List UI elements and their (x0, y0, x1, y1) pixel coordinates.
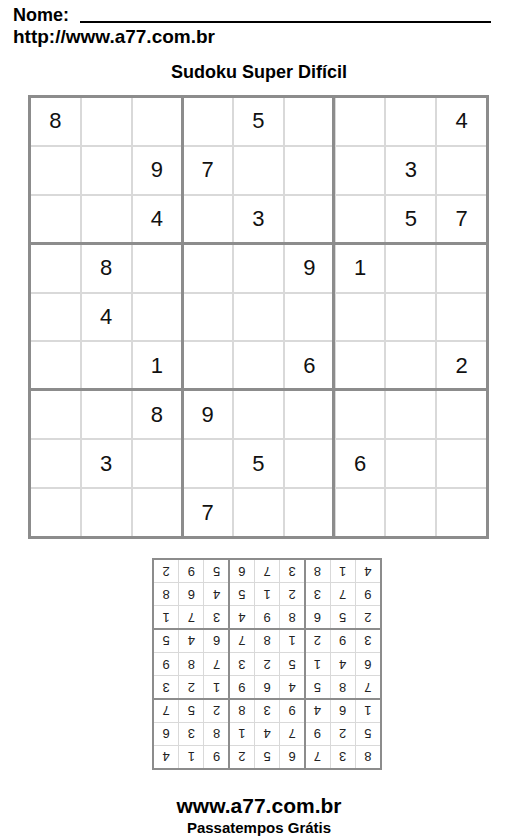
sudoku-cell: 7 (183, 489, 232, 536)
sudoku-cell: 2 (437, 342, 486, 389)
solution-cell: 8 (356, 746, 380, 768)
box-border-horizontal-2 (31, 388, 486, 391)
solution-cell: 1 (255, 583, 279, 605)
sudoku-cell: 3 (82, 440, 131, 487)
solution-cell: 4 (255, 723, 279, 745)
sudoku-cell: 5 (234, 440, 283, 487)
sudoku-cell: 5 (386, 196, 435, 243)
box-border-vertical-1 (181, 98, 184, 536)
solution-cell: 6 (255, 676, 279, 698)
solution-cell: 2 (331, 723, 355, 745)
sudoku-cell (31, 147, 80, 194)
footer-tagline: Passatempos Grátis (0, 819, 518, 836)
solution-cell: 1 (356, 699, 380, 721)
solution-cell: 3 (154, 676, 178, 698)
solution-cell: 8 (255, 630, 279, 652)
solution-cell: 7 (305, 746, 329, 768)
sudoku-cell (31, 489, 80, 536)
name-fill-in-line (80, 21, 491, 23)
solution-cell: 3 (280, 560, 304, 582)
sudoku-cell (234, 342, 283, 389)
sudoku-cell (285, 440, 334, 487)
sudoku-cell (336, 391, 385, 438)
sudoku-cell: 1 (133, 342, 182, 389)
solution-cell: 1 (280, 630, 304, 652)
solution-cell: 7 (179, 606, 203, 628)
solution-cell: 1 (331, 560, 355, 582)
sudoku-cell (285, 196, 334, 243)
solution-cell: 8 (204, 723, 228, 745)
sudoku-cell: 4 (437, 98, 486, 145)
solution-cell: 4 (356, 560, 380, 582)
sudoku-cell: 7 (437, 196, 486, 243)
sudoku-cell (82, 98, 131, 145)
solution-cell: 2 (356, 606, 380, 628)
sudoku-cell (285, 294, 334, 341)
sudoku-cell (31, 440, 80, 487)
sudoku-cell (31, 294, 80, 341)
sudoku-cell: 1 (336, 245, 385, 292)
sudoku-cell (437, 294, 486, 341)
page-title: Sudoku Super Difícil (0, 62, 518, 83)
sudoku-cell (234, 245, 283, 292)
solution-cell: 5 (255, 746, 279, 768)
sudoku-cell (285, 489, 334, 536)
sudoku-cell (234, 147, 283, 194)
solution-cell: 2 (305, 630, 329, 652)
sudoku-cell: 4 (82, 294, 131, 341)
sudoku-cell (386, 440, 435, 487)
footer-site-url: www.a77.com.br (0, 794, 518, 818)
sudoku-cell (82, 147, 131, 194)
sudoku-cell (386, 294, 435, 341)
sudoku-cell (437, 489, 486, 536)
solution-cell: 3 (204, 606, 228, 628)
solution-cell: 2 (280, 583, 304, 605)
sudoku-cell (133, 98, 182, 145)
sudoku-cell (133, 489, 182, 536)
solution-cell: 5 (154, 630, 178, 652)
solution-cell: 5 (230, 583, 254, 605)
solution-box-border-vertical-1 (304, 560, 306, 768)
sudoku-cell (183, 342, 232, 389)
solution-box-border-horizontal-2 (154, 628, 380, 630)
sudoku-cell (336, 294, 385, 341)
solution-cell: 3 (331, 746, 355, 768)
sudoku-cell (336, 98, 385, 145)
sudoku-cell: 5 (234, 98, 283, 145)
sudoku-cell (133, 440, 182, 487)
sudoku-cell (31, 342, 80, 389)
solution-cell: 5 (356, 723, 380, 745)
solution-board-upside-down: 8376529145297418361649382577854691236415… (152, 558, 382, 770)
solution-cell: 9 (356, 583, 380, 605)
solution-cell: 4 (179, 630, 203, 652)
solution-cell: 7 (204, 653, 228, 675)
sudoku-cell: 6 (336, 440, 385, 487)
solution-cell: 5 (331, 606, 355, 628)
sudoku-cell: 4 (133, 196, 182, 243)
sudoku-cell (82, 342, 131, 389)
solution-cell: 2 (230, 746, 254, 768)
solution-cell: 6 (305, 606, 329, 628)
sudoku-cell (31, 245, 80, 292)
sudoku-cell (31, 391, 80, 438)
solution-cell: 6 (179, 583, 203, 605)
sudoku-cell: 8 (133, 391, 182, 438)
sudoku-cell: 8 (31, 98, 80, 145)
solution-cell: 3 (230, 653, 254, 675)
solution-cell: 6 (331, 699, 355, 721)
sudoku-cell (336, 342, 385, 389)
sudoku-cell (285, 391, 334, 438)
sudoku-cell (386, 391, 435, 438)
sudoku-cell (234, 294, 283, 341)
sudoku-cell (133, 245, 182, 292)
sudoku-cell (437, 440, 486, 487)
sudoku-cell: 3 (234, 196, 283, 243)
solution-cell: 9 (331, 630, 355, 652)
sudoku-cell (183, 440, 232, 487)
sudoku-cell (234, 391, 283, 438)
sudoku-board: 85497343578914162893567 (28, 95, 489, 539)
solution-cell: 1 (305, 653, 329, 675)
solution-cell: 6 (230, 560, 254, 582)
solution-cell: 8 (331, 676, 355, 698)
solution-cell: 6 (204, 630, 228, 652)
sudoku-cell: 6 (285, 342, 334, 389)
solution-cell: 7 (154, 699, 178, 721)
sudoku-cell (82, 489, 131, 536)
sudoku-cell: 8 (82, 245, 131, 292)
sudoku-cell (437, 245, 486, 292)
solution-cell: 7 (331, 583, 355, 605)
solution-cell: 8 (179, 653, 203, 675)
solution-cell: 1 (230, 723, 254, 745)
solution-cell: 4 (204, 583, 228, 605)
sudoku-cell (183, 245, 232, 292)
solution-cell: 9 (280, 699, 304, 721)
solution-cell: 2 (204, 699, 228, 721)
sudoku-cell: 3 (386, 147, 435, 194)
sudoku-cell (386, 489, 435, 536)
solution-cell: 7 (356, 676, 380, 698)
sudoku-cell (336, 489, 385, 536)
solution-cell: 3 (255, 699, 279, 721)
solution-cell: 9 (179, 560, 203, 582)
sudoku-cell (82, 196, 131, 243)
solution-cell: 6 (356, 653, 380, 675)
solution-cell: 3 (305, 583, 329, 605)
solution-cell: 5 (305, 676, 329, 698)
sudoku-cell (133, 294, 182, 341)
solution-box-border-horizontal-1 (154, 698, 380, 700)
solution-cell: 8 (305, 560, 329, 582)
sudoku-cell (285, 98, 334, 145)
solution-cell: 2 (179, 676, 203, 698)
solution-cell: 9 (204, 746, 228, 768)
box-border-vertical-2 (332, 98, 335, 536)
sudoku-cell: 7 (183, 147, 232, 194)
sudoku-cell (183, 196, 232, 243)
sudoku-cell: 9 (183, 391, 232, 438)
solution-cell: 9 (255, 606, 279, 628)
solution-cell: 3 (356, 630, 380, 652)
sudoku-cell (336, 196, 385, 243)
sudoku-cell: 9 (133, 147, 182, 194)
sudoku-cell (437, 147, 486, 194)
solution-cell: 5 (204, 560, 228, 582)
solution-cell: 7 (230, 630, 254, 652)
solution-cell: 4 (331, 653, 355, 675)
solution-cell: 4 (305, 699, 329, 721)
sudoku-cell (437, 391, 486, 438)
solution-cell: 8 (280, 606, 304, 628)
sudoku-cell (386, 342, 435, 389)
solution-cell: 5 (179, 699, 203, 721)
sudoku-cell (82, 391, 131, 438)
site-url-header: http://www.a77.com.br (13, 26, 215, 48)
solution-cell: 1 (154, 606, 178, 628)
solution-cell: 6 (280, 746, 304, 768)
solution-box-border-vertical-2 (228, 560, 230, 768)
solution-cell: 7 (280, 723, 304, 745)
solution-cell: 7 (255, 560, 279, 582)
solution-cell: 8 (230, 699, 254, 721)
solution-cell: 1 (179, 746, 203, 768)
solution-cell: 1 (204, 676, 228, 698)
solution-cell: 5 (280, 653, 304, 675)
sudoku-cell (31, 196, 80, 243)
solution-cell: 4 (230, 606, 254, 628)
sudoku-cell (234, 489, 283, 536)
sudoku-cell: 9 (285, 245, 334, 292)
solution-cell: 4 (280, 676, 304, 698)
sudoku-cell (183, 98, 232, 145)
solution-cell: 9 (230, 676, 254, 698)
sudoku-cell (183, 294, 232, 341)
solution-cell: 3 (179, 723, 203, 745)
sudoku-cell (285, 147, 334, 194)
solution-cell: 8 (154, 583, 178, 605)
solution-cell: 9 (154, 653, 178, 675)
solution-cell: 4 (154, 746, 178, 768)
sudoku-cell (386, 245, 435, 292)
name-label: Nome: (13, 5, 69, 26)
solution-cell: 2 (255, 653, 279, 675)
box-border-horizontal-1 (31, 242, 486, 245)
sudoku-cell (386, 98, 435, 145)
sudoku-cell (336, 147, 385, 194)
solution-cell: 2 (154, 560, 178, 582)
solution-cell: 6 (154, 723, 178, 745)
solution-cell: 9 (305, 723, 329, 745)
